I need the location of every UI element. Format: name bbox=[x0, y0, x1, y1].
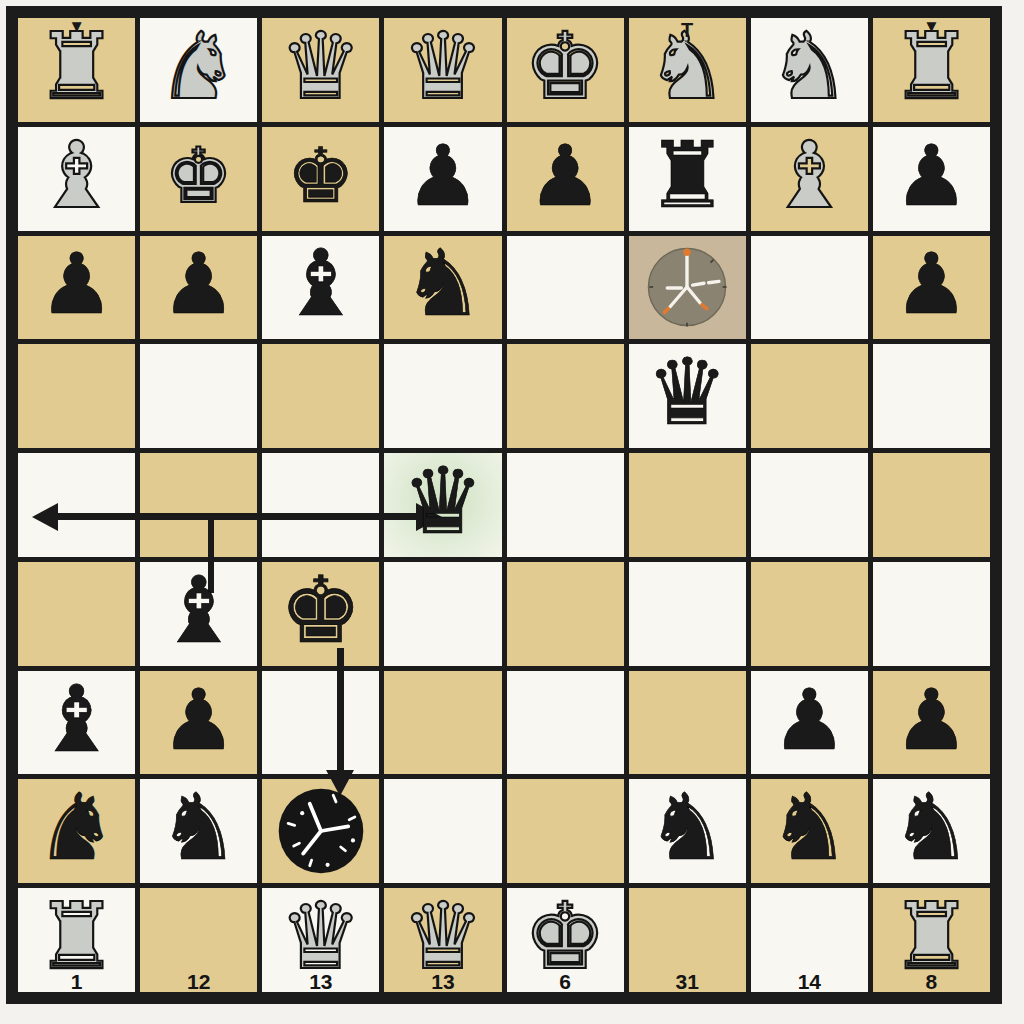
square-number-label: 1 bbox=[71, 971, 83, 992]
black-king[interactable]: ♚ bbox=[280, 565, 362, 657]
square-r6c8[interactable] bbox=[873, 562, 990, 666]
square-r8c1[interactable]: ♞ bbox=[18, 779, 135, 883]
black-knight[interactable]: ♞ bbox=[646, 782, 728, 874]
square-r5c3[interactable] bbox=[262, 453, 379, 557]
square-r7c5[interactable] bbox=[507, 671, 624, 775]
black-pawn[interactable]: ♟ bbox=[161, 678, 236, 762]
square-r2c4[interactable]: ♟ bbox=[384, 127, 501, 231]
square-r5c7[interactable] bbox=[751, 453, 868, 557]
white-knight[interactable]: ♞ bbox=[768, 21, 850, 113]
square-number-label: 12 bbox=[187, 971, 210, 992]
target-icon bbox=[640, 240, 734, 334]
square-r7c7[interactable]: ♟ bbox=[751, 671, 868, 775]
white-bishop[interactable]: ♝ bbox=[768, 130, 850, 222]
square-r1c5[interactable]: ♚ bbox=[507, 18, 624, 122]
square-r9c8[interactable]: ♜8 bbox=[873, 888, 990, 992]
white-knight[interactable]: ♞ bbox=[157, 21, 239, 113]
square-r5c5[interactable] bbox=[507, 453, 624, 557]
black-pawn[interactable]: ♟ bbox=[405, 134, 480, 218]
black-bishop[interactable]: ♝ bbox=[280, 238, 362, 330]
black-pawn[interactable]: ♟ bbox=[772, 678, 847, 762]
square-r9c1[interactable]: ♜1 bbox=[18, 888, 135, 992]
black-king[interactable]: ♚ bbox=[287, 138, 355, 214]
square-r1c1[interactable]: ♜▼ bbox=[18, 18, 135, 122]
board-grid: ♜▼♞♛♛♚♞T♞♜▼♝♚♚♟♟♜♝♟♟♟♝♞♟♛♛♝♚♝♟♟♟♞♞♞♞♞♜11… bbox=[18, 18, 990, 992]
black-knight[interactable]: ♞ bbox=[157, 782, 239, 874]
white-king[interactable]: ♚ bbox=[165, 138, 233, 214]
square-r8c5[interactable] bbox=[507, 779, 624, 883]
white-king[interactable]: ♚ bbox=[524, 21, 606, 113]
square-r3c7[interactable] bbox=[751, 236, 868, 340]
square-r9c7[interactable]: 14 bbox=[751, 888, 868, 992]
white-queen[interactable]: ♛ bbox=[402, 21, 484, 113]
square-r4c5[interactable] bbox=[507, 344, 624, 448]
square-r8c2[interactable]: ♞ bbox=[140, 779, 257, 883]
square-r4c6[interactable]: ♛ bbox=[629, 344, 746, 448]
square-r9c3[interactable]: ♛13 bbox=[262, 888, 379, 992]
black-rook[interactable]: ♜ bbox=[646, 130, 728, 222]
square-r6c4[interactable] bbox=[384, 562, 501, 666]
square-r1c2[interactable]: ♞ bbox=[140, 18, 257, 122]
square-r3c8[interactable]: ♟ bbox=[873, 236, 990, 340]
square-r2c2[interactable]: ♚ bbox=[140, 127, 257, 231]
square-r8c6[interactable]: ♞ bbox=[629, 779, 746, 883]
square-r5c2[interactable] bbox=[140, 453, 257, 557]
square-r4c1[interactable] bbox=[18, 344, 135, 448]
black-queen[interactable]: ♛ bbox=[402, 456, 484, 548]
square-number-label: 6 bbox=[559, 971, 571, 992]
black-bishop[interactable]: ♝ bbox=[35, 674, 117, 766]
square-r2c1[interactable]: ♝ bbox=[18, 127, 135, 231]
square-r7c3[interactable] bbox=[262, 671, 379, 775]
square-r4c7[interactable] bbox=[751, 344, 868, 448]
black-pawn[interactable]: ♟ bbox=[894, 678, 969, 762]
square-r9c4[interactable]: ♛13 bbox=[384, 888, 501, 992]
square-r6c5[interactable] bbox=[507, 562, 624, 666]
square-r4c4[interactable] bbox=[384, 344, 501, 448]
square-r9c6[interactable]: 31 bbox=[629, 888, 746, 992]
square-r9c5[interactable]: ♚6 bbox=[507, 888, 624, 992]
square-r4c3[interactable] bbox=[262, 344, 379, 448]
square-r6c2[interactable]: ♝ bbox=[140, 562, 257, 666]
square-r8c8[interactable]: ♞ bbox=[873, 779, 990, 883]
chess-board: ♜▼♞♛♛♚♞T♞♜▼♝♚♚♟♟♜♝♟♟♟♝♞♟♛♛♝♚♝♟♟♟♞♞♞♞♞♜11… bbox=[6, 6, 1002, 1004]
black-knight[interactable]: ♞ bbox=[35, 782, 117, 874]
square-r8c4[interactable] bbox=[384, 779, 501, 883]
square-r2c3[interactable]: ♚ bbox=[262, 127, 379, 231]
square-number-label: 31 bbox=[676, 971, 699, 992]
square-r1c4[interactable]: ♛ bbox=[384, 18, 501, 122]
black-pawn[interactable]: ♟ bbox=[161, 242, 236, 326]
triangle-down-marker: ▼ bbox=[923, 18, 940, 35]
square-r5c6[interactable] bbox=[629, 453, 746, 557]
square-r1c3[interactable]: ♛ bbox=[262, 18, 379, 122]
letter-t-marker: T bbox=[681, 20, 693, 40]
square-r3c5[interactable] bbox=[507, 236, 624, 340]
black-queen[interactable]: ♛ bbox=[646, 347, 728, 439]
black-pawn[interactable]: ♟ bbox=[527, 134, 602, 218]
square-r1c6[interactable]: ♞T bbox=[629, 18, 746, 122]
square-r7c2[interactable]: ♟ bbox=[140, 671, 257, 775]
black-bishop[interactable]: ♝ bbox=[157, 565, 239, 657]
square-r5c4[interactable]: ♛ bbox=[384, 453, 501, 557]
square-r5c1[interactable] bbox=[18, 453, 135, 557]
square-r7c1[interactable]: ♝ bbox=[18, 671, 135, 775]
square-r7c4[interactable] bbox=[384, 671, 501, 775]
square-r7c6[interactable] bbox=[629, 671, 746, 775]
square-r2c8[interactable]: ♟ bbox=[873, 127, 990, 231]
square-r3c3[interactable]: ♝ bbox=[262, 236, 379, 340]
square-r2c6[interactable]: ♜ bbox=[629, 127, 746, 231]
square-r3c1[interactable]: ♟ bbox=[18, 236, 135, 340]
square-r3c6[interactable] bbox=[629, 236, 746, 340]
black-knight[interactable]: ♞ bbox=[890, 782, 972, 874]
square-r4c2[interactable] bbox=[140, 344, 257, 448]
clock-icon bbox=[274, 784, 368, 878]
square-r6c7[interactable] bbox=[751, 562, 868, 666]
black-knight[interactable]: ♞ bbox=[768, 782, 850, 874]
square-r1c8[interactable]: ♜▼ bbox=[873, 18, 990, 122]
square-r6c3[interactable]: ♚ bbox=[262, 562, 379, 666]
square-number-label: 13 bbox=[431, 971, 454, 992]
black-pawn[interactable]: ♟ bbox=[39, 242, 114, 326]
white-bishop[interactable]: ♝ bbox=[35, 130, 117, 222]
square-r9c2[interactable]: 12 bbox=[140, 888, 257, 992]
square-r7c8[interactable]: ♟ bbox=[873, 671, 990, 775]
square-number-label: 14 bbox=[798, 971, 821, 992]
square-number-label: 13 bbox=[309, 971, 332, 992]
white-queen[interactable]: ♛ bbox=[280, 21, 362, 113]
square-r1c7[interactable]: ♞ bbox=[751, 18, 868, 122]
square-r6c1[interactable] bbox=[18, 562, 135, 666]
black-pawn[interactable]: ♟ bbox=[894, 134, 969, 218]
black-pawn[interactable]: ♟ bbox=[894, 242, 969, 326]
triangle-down-marker: ▼ bbox=[68, 18, 85, 35]
square-r8c7[interactable]: ♞ bbox=[751, 779, 868, 883]
square-r5c8[interactable] bbox=[873, 453, 990, 557]
square-number-label: 8 bbox=[926, 971, 938, 992]
square-r2c5[interactable]: ♟ bbox=[507, 127, 624, 231]
square-r6c6[interactable] bbox=[629, 562, 746, 666]
square-r3c2[interactable]: ♟ bbox=[140, 236, 257, 340]
black-knight[interactable]: ♞ bbox=[402, 238, 484, 330]
square-r3c4[interactable]: ♞ bbox=[384, 236, 501, 340]
square-r8c3[interactable] bbox=[262, 779, 379, 883]
square-r2c7[interactable]: ♝ bbox=[751, 127, 868, 231]
square-r4c8[interactable] bbox=[873, 344, 990, 448]
